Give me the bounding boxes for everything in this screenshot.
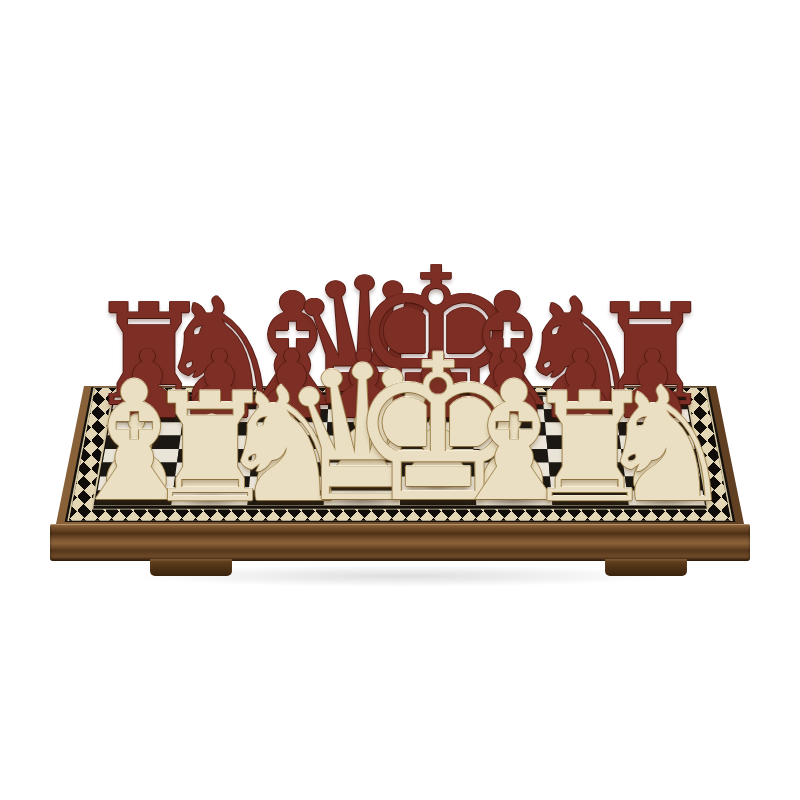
- pieces-layer: ♜♞♝♛♚♝♞♜♟♟♟♟♟♟♟♟♟♟♟♟♟♟♟♟♝♜♞♛♚♝♜♞: [0, 0, 800, 800]
- piece-cream-knight-h1[interactable]: ♞: [595, 366, 737, 524]
- product-photo: ♜♞♝♛♚♝♞♜♟♟♟♟♟♟♟♟♟♟♟♟♟♟♟♟♝♜♞♛♚♝♜♞: [0, 0, 800, 800]
